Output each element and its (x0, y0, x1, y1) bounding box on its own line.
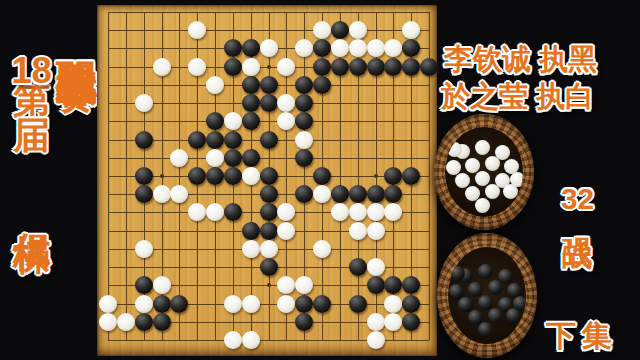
white-stone (260, 240, 278, 258)
episode-label: 下集 (546, 316, 618, 357)
white-stone (206, 149, 224, 167)
white-stone (367, 331, 385, 349)
black-stone (295, 295, 313, 313)
white-stone (349, 21, 367, 39)
black-stone (206, 167, 224, 185)
black-stone (331, 185, 349, 203)
bowl-black-stone (450, 266, 465, 281)
edition-number: 18 (11, 52, 52, 89)
black-stone (224, 167, 242, 185)
white-stone (260, 39, 278, 57)
black-stone (402, 58, 420, 76)
white-stone (277, 112, 295, 130)
black-stone (260, 167, 278, 185)
bowl-white-stone (465, 158, 480, 173)
white-stone (277, 58, 295, 76)
white-stone (313, 240, 331, 258)
black-stone (242, 76, 260, 94)
board-grid (108, 12, 429, 340)
black-stone (295, 149, 313, 167)
bowl-black-stone (513, 296, 527, 311)
bowl-white-stone (447, 142, 462, 157)
white-stone (331, 203, 349, 221)
white-stone (99, 313, 117, 331)
white-stone (153, 185, 171, 203)
black-stone (188, 167, 206, 185)
bowl-white-stone (475, 171, 490, 186)
white-stone (367, 222, 385, 240)
black-stone (242, 222, 260, 240)
black-stone (260, 94, 278, 112)
black-stone (349, 185, 367, 203)
black-stone (135, 313, 153, 331)
black-stone (135, 185, 153, 203)
white-stone (384, 39, 402, 57)
black-stone (242, 149, 260, 167)
black-stone (367, 276, 385, 294)
white-stone-bowl-opening (445, 127, 523, 217)
black-stone (295, 76, 313, 94)
white-stone (384, 295, 402, 313)
white-stone (384, 313, 402, 331)
white-stone (224, 331, 242, 349)
white-stone (242, 240, 260, 258)
black-stone (135, 167, 153, 185)
black-stone (153, 295, 171, 313)
white-stone (99, 295, 117, 313)
white-stone (153, 58, 171, 76)
white-stone (242, 167, 260, 185)
black-stone (135, 131, 153, 149)
black-stone (135, 276, 153, 294)
black-stone-bowl (437, 233, 537, 358)
black-stone (295, 313, 313, 331)
black-stone (349, 58, 367, 76)
black-stone (295, 185, 313, 203)
round-label: 32强战 (556, 183, 597, 217)
black-stone (242, 112, 260, 130)
bowl-black-stone (458, 297, 473, 312)
bowl-black-stone (488, 308, 503, 323)
star-point (267, 283, 271, 287)
player-black-label: 李钦诚 执黑 (444, 40, 597, 80)
black-stone (295, 112, 313, 130)
bowl-black-stone (478, 264, 493, 279)
white-stone (188, 58, 206, 76)
black-stone (384, 58, 402, 76)
black-stone (206, 131, 224, 149)
white-stone (277, 276, 295, 294)
white-stone (135, 295, 153, 313)
black-stone (224, 149, 242, 167)
black-stone (153, 313, 171, 331)
broadcast-frame: 职业围棋锦标赛 第18届 倡棋杯 李钦诚 执黑 於之莹 执白 32强战 下集 (0, 0, 640, 360)
black-stone (295, 94, 313, 112)
black-stone (384, 276, 402, 294)
white-stone (331, 39, 349, 57)
white-stone (349, 39, 367, 57)
black-stone (260, 258, 278, 276)
black-stone (170, 295, 188, 313)
white-stone (349, 203, 367, 221)
black-stone (349, 258, 367, 276)
tournament-edition: 第18届 (6, 52, 56, 89)
black-stone (188, 131, 206, 149)
white-stone (402, 21, 420, 39)
black-stone (402, 167, 420, 185)
black-stone (260, 185, 278, 203)
white-stone (153, 276, 171, 294)
black-stone (384, 167, 402, 185)
player-white-label: 於之莹 执白 (441, 77, 594, 117)
white-stone-bowl (434, 114, 534, 230)
star-point (267, 65, 271, 69)
bowl-white-stone (485, 156, 500, 171)
black-stone (260, 203, 278, 221)
black-stone (384, 185, 402, 203)
white-stone (188, 203, 206, 221)
white-stone (277, 222, 295, 240)
black-stone (402, 276, 420, 294)
cup-name: 倡棋杯 (6, 204, 56, 210)
white-stone (242, 331, 260, 349)
white-stone (242, 295, 260, 313)
black-stone (224, 39, 242, 57)
white-stone (349, 222, 367, 240)
bowl-white-stone (475, 198, 490, 213)
bowl-white-stone (510, 172, 524, 187)
round-suffix: 强战 (561, 213, 594, 217)
white-stone (242, 58, 260, 76)
go-board (97, 5, 437, 356)
black-stone (206, 112, 224, 130)
black-stone (331, 58, 349, 76)
black-stone (402, 39, 420, 57)
white-stone (367, 203, 385, 221)
black-stone (313, 58, 331, 76)
white-stone (188, 21, 206, 39)
white-stone (277, 203, 295, 221)
white-stone (224, 295, 242, 313)
white-stone (135, 240, 153, 258)
black-stone-bowl-opening (448, 247, 526, 345)
white-stone (367, 39, 385, 57)
black-stone (242, 39, 260, 57)
white-stone (135, 94, 153, 112)
round-number: 32 (561, 183, 594, 213)
bowl-black-stone (478, 295, 493, 310)
white-stone (170, 149, 188, 167)
black-stone (367, 58, 385, 76)
black-stone (313, 167, 331, 185)
white-stone (295, 131, 313, 149)
black-stone (402, 313, 420, 331)
black-stone (224, 203, 242, 221)
black-stone (260, 131, 278, 149)
bowl-white-stone (475, 140, 490, 155)
white-stone (313, 21, 331, 39)
white-stone (367, 258, 385, 276)
bowl-black-stone (478, 322, 493, 337)
black-stone (313, 295, 331, 313)
white-stone (295, 39, 313, 57)
white-stone (206, 203, 224, 221)
black-stone (313, 76, 331, 94)
white-stone (367, 313, 385, 331)
bowl-black-stone (488, 280, 503, 295)
black-stone (313, 39, 331, 57)
black-stone (224, 58, 242, 76)
black-stone (260, 222, 278, 240)
white-stone (224, 112, 242, 130)
white-stone (170, 185, 188, 203)
black-stone (367, 185, 385, 203)
black-stone (349, 295, 367, 313)
white-stone (295, 276, 313, 294)
black-stone (402, 295, 420, 313)
bowl-white-stone (455, 173, 470, 188)
white-stone (277, 94, 295, 112)
bowl-black-stone (468, 282, 483, 297)
black-stone (260, 76, 278, 94)
star-point (374, 174, 378, 178)
white-stone (313, 185, 331, 203)
white-stone (117, 313, 135, 331)
white-stone (384, 203, 402, 221)
white-stone (277, 295, 295, 313)
black-stone (242, 94, 260, 112)
black-stone (224, 131, 242, 149)
bowl-white-stone (485, 184, 500, 199)
star-point (160, 174, 164, 178)
black-stone (331, 21, 349, 39)
black-stone (420, 58, 438, 76)
white-stone (206, 76, 224, 94)
